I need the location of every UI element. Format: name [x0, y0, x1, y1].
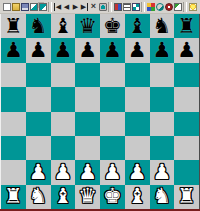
square-g7[interactable]: ♟ — [150, 38, 175, 62]
square-d5[interactable] — [75, 87, 100, 111]
square-h6[interactable] — [174, 63, 199, 87]
first-move-button[interactable]: ◀ — [53, 1, 62, 13]
page-icon — [3, 3, 11, 11]
square-c3[interactable] — [51, 136, 76, 160]
square-a4[interactable] — [1, 112, 26, 136]
square-g8[interactable]: ♞ — [150, 14, 175, 38]
piece-black-bishop[interactable]: ♝ — [53, 16, 72, 37]
square-e6[interactable] — [100, 63, 125, 87]
piece-black-rook[interactable]: ♜ — [177, 16, 196, 37]
piece-white-pawn[interactable]: ♟ — [29, 162, 48, 183]
square-h1[interactable]: ♜ — [174, 185, 199, 209]
square-d6[interactable] — [75, 63, 100, 87]
square-d3[interactable] — [75, 136, 100, 160]
nav-icon: ▶ — [81, 3, 88, 11]
move-list-button[interactable] — [122, 1, 131, 13]
piece-black-pawn[interactable]: ♟ — [4, 40, 23, 61]
nav-icon: ▶ — [73, 3, 78, 11]
copy-position-button[interactable] — [29, 1, 38, 13]
square-c2[interactable]: ♟ — [51, 160, 76, 184]
hint-button[interactable] — [188, 1, 197, 13]
square-f4[interactable] — [125, 112, 150, 136]
list-icon — [123, 3, 131, 11]
piece-white-pawn[interactable]: ♟ — [152, 162, 171, 183]
square-b2[interactable]: ♟ — [26, 160, 51, 184]
square-c1[interactable]: ♝ — [51, 185, 76, 209]
square-b1[interactable]: ♞ — [26, 185, 51, 209]
square-e7[interactable]: ♟ — [100, 38, 125, 62]
piece-black-knight[interactable]: ♞ — [29, 16, 48, 37]
square-b6[interactable] — [26, 63, 51, 87]
square-c6[interactable] — [51, 63, 76, 87]
piece-black-pawn[interactable]: ♟ — [103, 40, 122, 61]
report-button[interactable] — [173, 1, 182, 13]
square-a6[interactable] — [1, 63, 26, 87]
square-g5[interactable] — [150, 87, 175, 111]
square-a8[interactable]: ♜ — [1, 14, 26, 38]
square-e1[interactable]: ♚ — [100, 185, 125, 209]
piece-white-knight[interactable]: ♞ — [152, 186, 171, 207]
piece-black-rook[interactable]: ♜ — [4, 16, 23, 37]
analyze-button[interactable] — [155, 1, 164, 13]
board-window-button[interactable] — [131, 1, 140, 13]
square-d4[interactable] — [75, 112, 100, 136]
pinwheel-icon — [147, 3, 155, 11]
toolbar: ◀◀▶▶× — [0, 0, 200, 14]
pasteboard-icon — [39, 3, 47, 11]
square-a2[interactable] — [1, 160, 26, 184]
piece-black-pawn[interactable]: ♟ — [128, 40, 147, 61]
clock-button[interactable] — [164, 1, 173, 13]
piece-black-pawn[interactable]: ♟ — [152, 40, 171, 61]
square-h2[interactable] — [174, 160, 199, 184]
square-b7[interactable]: ♟ — [26, 38, 51, 62]
square-f8[interactable]: ♝ — [125, 14, 150, 38]
delete-button[interactable]: × — [89, 1, 98, 13]
next-move-button[interactable]: ▶ — [71, 1, 80, 13]
square-b5[interactable] — [26, 87, 51, 111]
square-a3[interactable] — [1, 136, 26, 160]
square-c7[interactable]: ♟ — [51, 38, 76, 62]
piece-black-pawn[interactable]: ♟ — [53, 40, 72, 61]
nav-icon: ◀ — [54, 3, 61, 11]
toolbar-separator — [108, 2, 112, 12]
prev-move-button[interactable]: ◀ — [62, 1, 71, 13]
piece-black-queen[interactable]: ♛ — [78, 16, 97, 37]
players-button[interactable] — [113, 1, 122, 13]
piece-black-pawn[interactable]: ♟ — [29, 40, 48, 61]
floppy-icon — [21, 3, 29, 11]
square-a5[interactable] — [1, 87, 26, 111]
square-e4[interactable] — [100, 112, 125, 136]
square-g6[interactable] — [150, 63, 175, 87]
square-f5[interactable] — [125, 87, 150, 111]
square-b3[interactable] — [26, 136, 51, 160]
square-e3[interactable] — [100, 136, 125, 160]
square-c4[interactable] — [51, 112, 76, 136]
players-icon — [114, 3, 122, 11]
new-game-button[interactable] — [2, 1, 11, 13]
piece-white-rook[interactable]: ♜ — [177, 186, 196, 207]
toolbar-separator — [48, 2, 52, 12]
clock-icon — [165, 3, 173, 11]
square-e2[interactable]: ♟ — [100, 160, 125, 184]
square-d1[interactable]: ♛ — [75, 185, 100, 209]
square-f7[interactable]: ♟ — [125, 38, 150, 62]
copyboard-icon — [30, 3, 38, 11]
piece-black-knight[interactable]: ♞ — [152, 16, 171, 37]
toolbar-separator — [141, 2, 145, 12]
piece-black-king[interactable]: ♚ — [103, 16, 122, 37]
square-a7[interactable]: ♟ — [1, 38, 26, 62]
square-g3[interactable] — [150, 136, 175, 160]
square-e8[interactable]: ♚ — [100, 14, 125, 38]
square-h8[interactable]: ♜ — [174, 14, 199, 38]
nav-icon: ◀ — [64, 3, 69, 11]
piece-white-pawn[interactable]: ♟ — [103, 162, 122, 183]
snapshot-button[interactable] — [98, 1, 107, 13]
piece-black-bishop[interactable]: ♝ — [128, 16, 147, 37]
camera-icon — [99, 3, 107, 11]
magnifier-icon — [156, 3, 164, 11]
x-icon: × — [91, 2, 96, 11]
square-g4[interactable] — [150, 112, 175, 136]
piece-white-rook[interactable]: ♜ — [4, 186, 23, 207]
last-move-button[interactable]: ▶ — [80, 1, 89, 13]
square-c8[interactable]: ♝ — [51, 14, 76, 38]
piece-white-king[interactable]: ♚ — [103, 186, 122, 207]
window-icon — [132, 3, 140, 11]
square-g1[interactable]: ♞ — [150, 185, 175, 209]
piece-black-pawn[interactable]: ♟ — [177, 40, 196, 61]
open-button[interactable] — [11, 1, 20, 13]
square-f6[interactable] — [125, 63, 150, 87]
square-f3[interactable] — [125, 136, 150, 160]
square-e5[interactable] — [100, 87, 125, 111]
piece-white-queen[interactable]: ♛ — [78, 186, 97, 207]
chess-app-window: ◀◀▶▶× ♜♞♝♛♚♝♞♜♟♟♟♟♟♟♟♟♟♟♟♟♟♟♜♞♝♛♚♝♞♜ — [0, 0, 200, 211]
piece-white-pawn[interactable]: ♟ — [53, 162, 72, 183]
engine-button[interactable] — [146, 1, 155, 13]
report-icon — [174, 3, 182, 11]
bulb-icon — [189, 3, 197, 11]
square-a1[interactable]: ♜ — [1, 185, 26, 209]
chess-board: ♜♞♝♛♚♝♞♜♟♟♟♟♟♟♟♟♟♟♟♟♟♟♜♞♝♛♚♝♞♜ — [0, 14, 200, 209]
square-d7[interactable]: ♟ — [75, 38, 100, 62]
piece-white-bishop[interactable]: ♝ — [53, 186, 72, 207]
square-h4[interactable] — [174, 112, 199, 136]
square-h7[interactable]: ♟ — [174, 38, 199, 62]
square-h3[interactable] — [174, 136, 199, 160]
folder-icon — [12, 3, 20, 11]
square-b4[interactable] — [26, 112, 51, 136]
piece-black-pawn[interactable]: ♟ — [78, 40, 97, 61]
square-f1[interactable]: ♝ — [125, 185, 150, 209]
piece-white-knight[interactable]: ♞ — [29, 186, 48, 207]
square-d2[interactable]: ♟ — [75, 160, 100, 184]
piece-white-pawn[interactable]: ♟ — [128, 162, 147, 183]
window-bottom-edge — [0, 209, 200, 211]
piece-white-pawn[interactable]: ♟ — [78, 162, 97, 183]
square-g2[interactable]: ♟ — [150, 160, 175, 184]
square-b8[interactable]: ♞ — [26, 14, 51, 38]
square-h5[interactable] — [174, 87, 199, 111]
paste-position-button[interactable] — [38, 1, 47, 13]
piece-white-bishop[interactable]: ♝ — [128, 186, 147, 207]
toolbar-separator — [183, 2, 187, 12]
square-c5[interactable] — [51, 87, 76, 111]
save-button[interactable] — [20, 1, 29, 13]
square-d8[interactable]: ♛ — [75, 14, 100, 38]
square-f2[interactable]: ♟ — [125, 160, 150, 184]
